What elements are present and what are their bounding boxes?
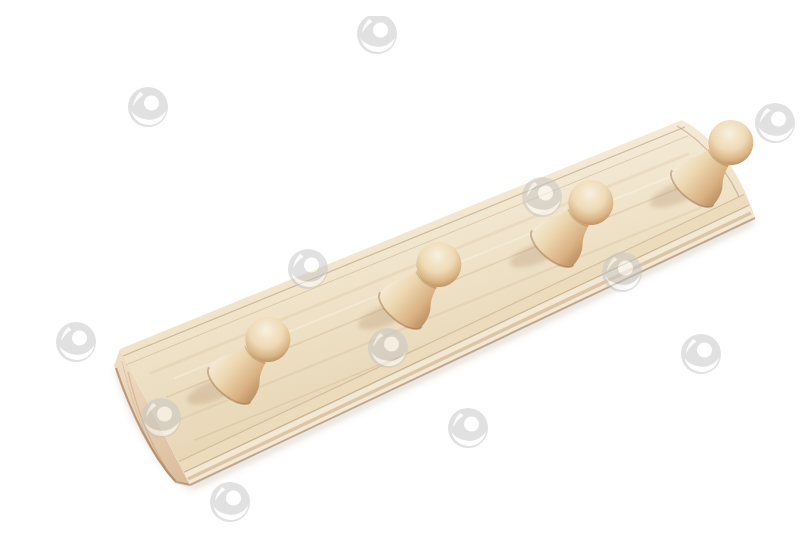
peg-rack-photo-svg <box>40 16 810 540</box>
watermark-logo <box>368 328 408 368</box>
watermark-logo <box>128 87 168 127</box>
watermark-logo <box>448 408 488 448</box>
watermark-logo <box>755 103 795 143</box>
watermark-logo <box>56 322 96 362</box>
watermark-logo <box>681 334 721 374</box>
watermark-logo <box>288 249 328 289</box>
watermark-logo <box>210 482 250 522</box>
watermark-logo <box>602 252 642 292</box>
watermark-logo <box>522 177 562 217</box>
watermark-logo <box>141 398 181 438</box>
stock-photo <box>40 16 810 540</box>
